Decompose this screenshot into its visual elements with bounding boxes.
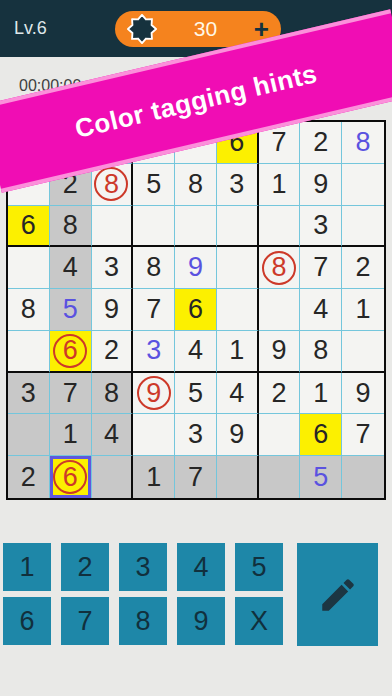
cell-r6c2[interactable]: 6 — [50, 331, 92, 373]
cell-r8c7[interactable] — [259, 414, 301, 456]
cell-value: 8 — [94, 167, 128, 201]
cell-value: 6 — [21, 210, 36, 241]
cell-value: 7 — [272, 127, 287, 158]
cell-value: 8 — [146, 252, 161, 283]
cell-r6c9[interactable] — [342, 331, 384, 373]
cell-value: 3 — [104, 252, 119, 283]
numpad-key-X[interactable]: X — [235, 597, 283, 645]
cell-r9c1[interactable]: 2 — [8, 456, 50, 498]
cell-r8c2[interactable]: 1 — [50, 414, 92, 456]
cell-value: 1 — [272, 169, 287, 200]
cell-value: 5 — [146, 169, 161, 200]
cell-r5c2[interactable]: 5 — [50, 289, 92, 331]
pencil-mode-button[interactable] — [297, 543, 378, 646]
cell-r9c2[interactable]: 6 — [50, 456, 92, 498]
cell-r8c1[interactable] — [8, 414, 50, 456]
cell-value: 7 — [313, 252, 328, 283]
cell-value: 9 — [229, 419, 244, 450]
cell-r6c3[interactable]: 2 — [92, 331, 134, 373]
cell-value: 2 — [356, 252, 371, 283]
cell-r9c3[interactable] — [92, 456, 134, 498]
numpad-key-1[interactable]: 1 — [3, 543, 51, 591]
cell-value: 2 — [313, 127, 328, 158]
cell-r2c4[interactable]: 5 — [133, 164, 175, 206]
cell-r2c8[interactable]: 9 — [300, 164, 342, 206]
cell-value: 8 — [63, 210, 78, 241]
cell-value: 4 — [229, 378, 244, 409]
cell-value: 9 — [104, 294, 119, 325]
cell-r6c5[interactable]: 4 — [175, 331, 217, 373]
cell-value: 7 — [356, 419, 371, 450]
cell-r4c3[interactable]: 3 — [92, 247, 134, 289]
cell-r5c7[interactable] — [259, 289, 301, 331]
cell-r7c2[interactable]: 7 — [50, 373, 92, 415]
cell-r4c1[interactable] — [8, 247, 50, 289]
cell-r9c4[interactable]: 1 — [133, 456, 175, 498]
cell-value: 1 — [313, 378, 328, 409]
cell-value: 1 — [146, 462, 161, 493]
cell-r3c9[interactable] — [342, 206, 384, 248]
cell-r5c3[interactable]: 9 — [92, 289, 134, 331]
numpad-key-7[interactable]: 7 — [61, 597, 109, 645]
cell-r4c2[interactable]: 4 — [50, 247, 92, 289]
cell-r3c4[interactable] — [133, 206, 175, 248]
cell-r6c4[interactable]: 3 — [133, 331, 175, 373]
cell-r4c6[interactable] — [217, 247, 259, 289]
level-label: Lv.6 — [14, 0, 47, 57]
cell-r5c6[interactable] — [217, 289, 259, 331]
cell-r6c8[interactable]: 8 — [300, 331, 342, 373]
cell-r7c8[interactable]: 1 — [300, 373, 342, 415]
cell-value: 3 — [229, 169, 244, 200]
cell-value: 5 — [63, 294, 78, 325]
cell-r4c5[interactable]: 9 — [175, 247, 217, 289]
numpad-key-6[interactable]: 6 — [3, 597, 51, 645]
pencil-icon — [317, 574, 359, 616]
cell-value: 8 — [356, 127, 371, 158]
cell-value: 9 — [272, 335, 287, 366]
cell-value: 8 — [104, 378, 119, 409]
cell-r7c3[interactable]: 8 — [92, 373, 134, 415]
cell-value: 9 — [137, 376, 171, 410]
cell-r9c9[interactable] — [342, 456, 384, 498]
cell-value: 7 — [146, 294, 161, 325]
cell-r7c4[interactable]: 9 — [133, 373, 175, 415]
cell-r4c4[interactable]: 8 — [133, 247, 175, 289]
cell-r5c9[interactable]: 1 — [342, 289, 384, 331]
cell-value: 1 — [63, 419, 78, 450]
cell-r8c5[interactable]: 3 — [175, 414, 217, 456]
cell-value: 7 — [63, 378, 78, 409]
cell-r2c7[interactable]: 1 — [259, 164, 301, 206]
cell-r7c5[interactable]: 5 — [175, 373, 217, 415]
cell-value: 8 — [262, 251, 296, 285]
cell-r4c7[interactable]: 8 — [259, 247, 301, 289]
cell-value: 2 — [104, 335, 119, 366]
numpad-key-2[interactable]: 2 — [61, 543, 109, 591]
numpad-key-9[interactable]: 9 — [177, 597, 225, 645]
cell-r2c6[interactable]: 3 — [217, 164, 259, 206]
numpad-key-3[interactable]: 3 — [119, 543, 167, 591]
cell-r8c6[interactable]: 9 — [217, 414, 259, 456]
cell-r1c9[interactable]: 8 — [342, 122, 384, 164]
cell-value: 2 — [272, 378, 287, 409]
cell-r9c5[interactable]: 7 — [175, 456, 217, 498]
numpad-key-8[interactable]: 8 — [119, 597, 167, 645]
cell-r6c7[interactable]: 9 — [259, 331, 301, 373]
cell-value: 4 — [104, 419, 119, 450]
cell-r8c3[interactable]: 4 — [92, 414, 134, 456]
cell-r5c4[interactable]: 7 — [133, 289, 175, 331]
cell-value: 8 — [188, 169, 203, 200]
cell-value: 3 — [21, 378, 36, 409]
cell-r6c6[interactable]: 1 — [217, 331, 259, 373]
cell-value: 6 — [188, 294, 203, 325]
cell-value: 7 — [188, 462, 203, 493]
cell-r4c8[interactable]: 7 — [300, 247, 342, 289]
cell-r9c6[interactable] — [217, 456, 259, 498]
cell-value: 1 — [356, 294, 371, 325]
numpad: 123456789X — [0, 543, 392, 646]
numpad-key-4[interactable]: 4 — [177, 543, 225, 591]
cell-value: 8 — [313, 335, 328, 366]
cell-value: 2 — [21, 462, 36, 493]
cell-r7c9[interactable]: 9 — [342, 373, 384, 415]
cell-r5c5[interactable]: 6 — [175, 289, 217, 331]
cell-r3c8[interactable]: 3 — [300, 206, 342, 248]
cell-r6c1[interactable] — [8, 331, 50, 373]
numpad-key-5[interactable]: 5 — [235, 543, 283, 591]
cell-r3c3[interactable] — [92, 206, 134, 248]
cell-value: 3 — [313, 210, 328, 241]
cell-r2c5[interactable]: 8 — [175, 164, 217, 206]
cell-r7c1[interactable]: 3 — [8, 373, 50, 415]
cell-value: 3 — [188, 419, 203, 450]
cell-r7c7[interactable]: 2 — [259, 373, 301, 415]
cell-value: 5 — [188, 378, 203, 409]
cell-r5c8[interactable]: 4 — [300, 289, 342, 331]
cell-r3c6[interactable] — [217, 206, 259, 248]
cell-r7c6[interactable]: 4 — [217, 373, 259, 415]
cell-value: 4 — [63, 252, 78, 283]
cell-value: 9 — [188, 252, 203, 283]
cell-r8c4[interactable] — [133, 414, 175, 456]
cell-value: 6 — [313, 419, 328, 450]
coin-count: 30 — [157, 17, 254, 41]
cell-r8c8[interactable]: 6 — [300, 414, 342, 456]
cell-value: 8 — [21, 294, 36, 325]
cell-value: 5 — [313, 462, 328, 493]
cell-r3c2[interactable]: 8 — [50, 206, 92, 248]
cell-r3c7[interactable] — [259, 206, 301, 248]
cell-r9c7[interactable] — [259, 456, 301, 498]
cell-value: 6 — [53, 460, 87, 494]
cell-value: 4 — [313, 294, 328, 325]
cell-value: 9 — [356, 378, 371, 409]
cell-value: 6 — [53, 334, 87, 368]
cell-value: 1 — [229, 335, 244, 366]
cell-r9c8[interactable]: 5 — [300, 456, 342, 498]
cell-r1c8[interactable]: 2 — [300, 122, 342, 164]
cell-r2c9[interactable] — [342, 164, 384, 206]
cell-r5c1[interactable]: 8 — [8, 289, 50, 331]
burst-star-icon — [127, 14, 157, 44]
cell-value: 4 — [188, 335, 203, 366]
cell-value: 9 — [313, 169, 328, 200]
cell-r4c9[interactable]: 2 — [342, 247, 384, 289]
cell-r8c9[interactable]: 7 — [342, 414, 384, 456]
cell-r3c1[interactable]: 6 — [8, 206, 50, 248]
cell-value: 3 — [146, 335, 161, 366]
cell-r3c5[interactable] — [175, 206, 217, 248]
